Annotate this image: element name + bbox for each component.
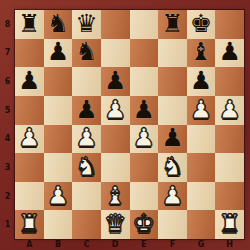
black-pawn-icon: ♟ [47, 39, 69, 64]
black-knight-icon: ♞ [75, 39, 97, 64]
square-c5[interactable]: ♟ [72, 96, 101, 125]
square-e8[interactable] [130, 10, 159, 39]
square-h8[interactable] [215, 10, 244, 39]
square-c3[interactable]: ♞ [72, 153, 101, 182]
square-c2[interactable] [72, 182, 101, 211]
black-bishop-icon: ♝ [190, 39, 212, 64]
black-pawn-icon: ♟ [218, 39, 240, 64]
square-e1[interactable]: ♚ [130, 210, 159, 239]
square-c7[interactable]: ♞ [72, 39, 101, 68]
black-rook-icon: ♜ [161, 11, 183, 36]
black-pawn-icon: ♟ [190, 68, 212, 93]
square-a3[interactable] [15, 153, 44, 182]
black-pawn-icon: ♟ [18, 68, 40, 93]
square-a4[interactable]: ♟ [15, 125, 44, 154]
rank-label-5: 5 [0, 96, 15, 125]
square-e7[interactable] [130, 39, 159, 68]
board-grid: ♜♞♛♜♚♟♞♝♟♟♟♟♟♟♟♟♟♟♟♟♟♞♞♟♝♟♜♛♚♜ [15, 10, 244, 239]
white-rook-icon: ♜ [218, 211, 240, 236]
file-label-b: B [44, 239, 73, 250]
white-pawn-icon: ♟ [161, 183, 183, 208]
square-b1[interactable] [44, 210, 73, 239]
square-d5[interactable]: ♟ [101, 96, 130, 125]
square-d7[interactable] [101, 39, 130, 68]
square-d3[interactable] [101, 153, 130, 182]
square-e6[interactable] [130, 67, 159, 96]
square-h7[interactable]: ♟ [215, 39, 244, 68]
file-labels: ABCDEFGH [15, 239, 244, 250]
white-king-icon: ♚ [133, 211, 155, 236]
square-g3[interactable] [187, 153, 216, 182]
square-c8[interactable]: ♛ [72, 10, 101, 39]
white-pawn-icon: ♟ [75, 125, 97, 150]
square-h3[interactable] [215, 153, 244, 182]
black-pawn-icon: ♟ [161, 125, 183, 150]
square-h6[interactable] [215, 67, 244, 96]
square-f5[interactable] [158, 96, 187, 125]
square-d2[interactable]: ♝ [101, 182, 130, 211]
square-a7[interactable] [15, 39, 44, 68]
square-f1[interactable] [158, 210, 187, 239]
white-pawn-icon: ♟ [47, 183, 69, 208]
square-g7[interactable]: ♝ [187, 39, 216, 68]
white-pawn-icon: ♟ [218, 97, 240, 122]
square-h1[interactable]: ♜ [215, 210, 244, 239]
black-pawn-icon: ♟ [104, 68, 126, 93]
square-f2[interactable]: ♟ [158, 182, 187, 211]
square-e4[interactable]: ♟ [130, 125, 159, 154]
file-label-e: E [130, 239, 159, 250]
square-e5[interactable]: ♟ [130, 96, 159, 125]
white-rook-icon: ♜ [18, 211, 40, 236]
white-pawn-icon: ♟ [190, 97, 212, 122]
square-f3[interactable]: ♞ [158, 153, 187, 182]
white-knight-icon: ♞ [161, 154, 183, 179]
square-h5[interactable]: ♟ [215, 96, 244, 125]
file-label-f: F [158, 239, 187, 250]
black-knight-icon: ♞ [47, 11, 69, 36]
black-queen-icon: ♛ [75, 11, 97, 36]
square-g5[interactable]: ♟ [187, 96, 216, 125]
rank-label-4: 4 [0, 125, 15, 154]
white-pawn-icon: ♟ [18, 125, 40, 150]
square-d4[interactable] [101, 125, 130, 154]
white-knight-icon: ♞ [75, 154, 97, 179]
square-g4[interactable] [187, 125, 216, 154]
square-c4[interactable]: ♟ [72, 125, 101, 154]
square-e3[interactable] [130, 153, 159, 182]
square-g1[interactable] [187, 210, 216, 239]
rank-label-8: 8 [0, 10, 15, 39]
black-pawn-icon: ♟ [133, 97, 155, 122]
square-b5[interactable] [44, 96, 73, 125]
square-a5[interactable] [15, 96, 44, 125]
rank-label-2: 2 [0, 182, 15, 211]
black-pawn-icon: ♟ [75, 97, 97, 122]
file-label-d: D [101, 239, 130, 250]
white-queen-icon: ♛ [104, 211, 126, 236]
square-b2[interactable]: ♟ [44, 182, 73, 211]
black-king-icon: ♚ [190, 11, 212, 36]
square-f4[interactable]: ♟ [158, 125, 187, 154]
square-a2[interactable] [15, 182, 44, 211]
square-c1[interactable] [72, 210, 101, 239]
square-b7[interactable]: ♟ [44, 39, 73, 68]
square-c6[interactable] [72, 67, 101, 96]
file-label-h: H [215, 239, 244, 250]
file-label-a: A [15, 239, 44, 250]
square-a8[interactable]: ♜ [15, 10, 44, 39]
white-pawn-icon: ♟ [133, 125, 155, 150]
square-f8[interactable]: ♜ [158, 10, 187, 39]
square-a1[interactable]: ♜ [15, 210, 44, 239]
square-g6[interactable]: ♟ [187, 67, 216, 96]
square-a6[interactable]: ♟ [15, 67, 44, 96]
square-b4[interactable] [44, 125, 73, 154]
square-g2[interactable] [187, 182, 216, 211]
square-d8[interactable] [101, 10, 130, 39]
square-d1[interactable]: ♛ [101, 210, 130, 239]
square-h2[interactable] [215, 182, 244, 211]
white-bishop-icon: ♝ [104, 183, 126, 208]
file-label-g: G [187, 239, 216, 250]
file-label-c: C [72, 239, 101, 250]
square-g8[interactable]: ♚ [187, 10, 216, 39]
rank-label-1: 1 [0, 210, 15, 239]
rank-label-3: 3 [0, 153, 15, 182]
black-rook-icon: ♜ [18, 11, 40, 36]
square-f7[interactable] [158, 39, 187, 68]
square-h4[interactable] [215, 125, 244, 154]
chess-diagram: 87654321 ♜♞♛♜♚♟♞♝♟♟♟♟♟♟♟♟♟♟♟♟♟♞♞♟♝♟♜♛♚♜ … [0, 0, 250, 250]
square-e2[interactable] [130, 182, 159, 211]
square-d6[interactable]: ♟ [101, 67, 130, 96]
rank-labels: 87654321 [0, 10, 15, 239]
square-b6[interactable] [44, 67, 73, 96]
square-b3[interactable] [44, 153, 73, 182]
rank-label-7: 7 [0, 39, 15, 68]
rank-label-6: 6 [0, 67, 15, 96]
square-b8[interactable]: ♞ [44, 10, 73, 39]
white-pawn-icon: ♟ [104, 97, 126, 122]
square-f6[interactable] [158, 67, 187, 96]
